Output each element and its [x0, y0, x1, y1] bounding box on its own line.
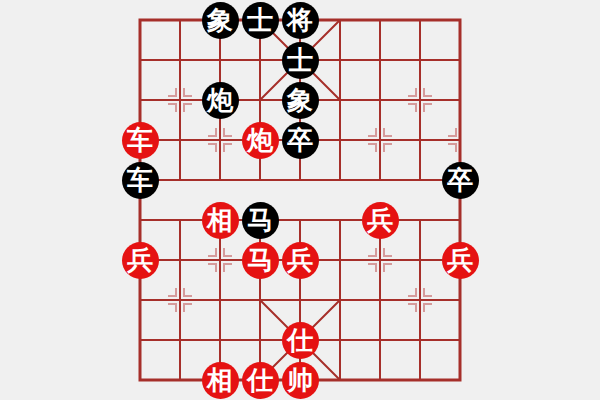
piece-black-elephant[interactable]: 象 — [202, 2, 239, 39]
board-point-8-2[interactable] — [440, 80, 480, 120]
board-point-5-5[interactable] — [320, 200, 360, 240]
board-point-0-9[interactable] — [120, 360, 160, 400]
board-point-4-1[interactable]: 士 — [280, 40, 320, 80]
board-point-1-9[interactable] — [160, 360, 200, 400]
board-point-1-3[interactable] — [160, 120, 200, 160]
board-point-8-8[interactable] — [440, 320, 480, 360]
board-point-4-4[interactable] — [280, 160, 320, 200]
board-point-7-4[interactable] — [400, 160, 440, 200]
board-point-4-0[interactable]: 将 — [280, 0, 320, 40]
board-point-2-5[interactable]: 相 — [200, 200, 240, 240]
board-point-8-9[interactable] — [440, 360, 480, 400]
board-point-0-2[interactable] — [120, 80, 160, 120]
board-point-0-3[interactable]: 车 — [120, 120, 160, 160]
piece-red-soldier[interactable]: 兵 — [282, 242, 319, 279]
board-point-7-6[interactable] — [400, 240, 440, 280]
piece-red-soldier[interactable]: 兵 — [362, 202, 399, 239]
board-point-8-1[interactable] — [440, 40, 480, 80]
board-point-6-1[interactable] — [360, 40, 400, 80]
board-point-2-3[interactable] — [200, 120, 240, 160]
piece-red-chariot[interactable]: 车 — [122, 122, 159, 159]
board-point-2-7[interactable] — [200, 280, 240, 320]
piece-red-elephant[interactable]: 相 — [202, 362, 239, 399]
board-point-6-9[interactable] — [360, 360, 400, 400]
board-point-1-5[interactable] — [160, 200, 200, 240]
board-point-0-0[interactable] — [120, 0, 160, 40]
piece-black-soldier[interactable]: 卒 — [282, 122, 319, 159]
board-point-5-0[interactable] — [320, 0, 360, 40]
board-point-3-6[interactable]: 马 — [240, 240, 280, 280]
board-point-4-8[interactable]: 仕 — [280, 320, 320, 360]
board-point-6-0[interactable] — [360, 0, 400, 40]
board-point-6-5[interactable]: 兵 — [360, 200, 400, 240]
board-point-5-4[interactable] — [320, 160, 360, 200]
board-point-0-4[interactable]: 车 — [120, 160, 160, 200]
board-point-2-8[interactable] — [200, 320, 240, 360]
board-point-6-7[interactable] — [360, 280, 400, 320]
board-point-7-3[interactable] — [400, 120, 440, 160]
board-points: 象士将士炮象车炮卒车卒相马兵兵马兵兵仕相仕帅 — [120, 0, 480, 400]
board-point-4-7[interactable] — [280, 280, 320, 320]
piece-red-cannon[interactable]: 炮 — [242, 122, 279, 159]
board-point-3-4[interactable] — [240, 160, 280, 200]
board-point-7-5[interactable] — [400, 200, 440, 240]
board-point-0-5[interactable] — [120, 200, 160, 240]
xiangqi-board-screen: 象士将士炮象车炮卒车卒相马兵兵马兵兵仕相仕帅 — [0, 0, 600, 400]
piece-black-soldier[interactable]: 卒 — [442, 162, 479, 199]
piece-red-general[interactable]: 帅 — [282, 362, 319, 399]
piece-black-chariot[interactable]: 车 — [122, 162, 159, 199]
board-point-8-4[interactable]: 卒 — [440, 160, 480, 200]
board-point-7-2[interactable] — [400, 80, 440, 120]
board-point-4-5[interactable] — [280, 200, 320, 240]
board-point-3-7[interactable] — [240, 280, 280, 320]
board-point-5-8[interactable] — [320, 320, 360, 360]
board-point-6-8[interactable] — [360, 320, 400, 360]
piece-black-elephant[interactable]: 象 — [282, 82, 319, 119]
board-point-2-0[interactable]: 象 — [200, 0, 240, 40]
piece-red-soldier[interactable]: 兵 — [122, 242, 159, 279]
board-point-8-6[interactable]: 兵 — [440, 240, 480, 280]
board-point-8-0[interactable] — [440, 0, 480, 40]
board-point-3-0[interactable]: 士 — [240, 0, 280, 40]
board-point-5-3[interactable] — [320, 120, 360, 160]
board-point-5-6[interactable] — [320, 240, 360, 280]
board-point-1-8[interactable] — [160, 320, 200, 360]
board-point-5-9[interactable] — [320, 360, 360, 400]
board-point-3-5[interactable]: 马 — [240, 200, 280, 240]
board-point-8-7[interactable] — [440, 280, 480, 320]
board-point-1-7[interactable] — [160, 280, 200, 320]
board-point-5-2[interactable] — [320, 80, 360, 120]
board-point-7-9[interactable] — [400, 360, 440, 400]
board-point-1-4[interactable] — [160, 160, 200, 200]
board-point-0-6[interactable]: 兵 — [120, 240, 160, 280]
board-point-7-1[interactable] — [400, 40, 440, 80]
board-point-3-8[interactable] — [240, 320, 280, 360]
board-point-3-2[interactable] — [240, 80, 280, 120]
board-point-3-9[interactable]: 仕 — [240, 360, 280, 400]
board-point-7-7[interactable] — [400, 280, 440, 320]
piece-red-advisor[interactable]: 仕 — [242, 362, 279, 399]
piece-red-horse[interactable]: 马 — [242, 242, 279, 279]
piece-black-general[interactable]: 将 — [282, 2, 319, 39]
piece-red-elephant[interactable]: 相 — [202, 202, 239, 239]
board-point-2-2[interactable]: 炮 — [200, 80, 240, 120]
board-point-8-5[interactable] — [440, 200, 480, 240]
board-point-1-0[interactable] — [160, 0, 200, 40]
board-point-3-1[interactable] — [240, 40, 280, 80]
board-point-2-1[interactable] — [200, 40, 240, 80]
board-point-6-4[interactable] — [360, 160, 400, 200]
board-point-4-2[interactable]: 象 — [280, 80, 320, 120]
board-point-4-9[interactable]: 帅 — [280, 360, 320, 400]
piece-black-advisor[interactable]: 士 — [242, 2, 279, 39]
board-point-7-0[interactable] — [400, 0, 440, 40]
board-point-1-6[interactable] — [160, 240, 200, 280]
board-point-3-3[interactable]: 炮 — [240, 120, 280, 160]
board-point-1-1[interactable] — [160, 40, 200, 80]
board-point-8-3[interactable] — [440, 120, 480, 160]
board-point-4-6[interactable]: 兵 — [280, 240, 320, 280]
board-point-2-4[interactable] — [200, 160, 240, 200]
board-point-4-3[interactable]: 卒 — [280, 120, 320, 160]
board-point-0-8[interactable] — [120, 320, 160, 360]
board-point-0-7[interactable] — [120, 280, 160, 320]
board-point-2-6[interactable] — [200, 240, 240, 280]
board-point-6-2[interactable] — [360, 80, 400, 120]
piece-red-soldier[interactable]: 兵 — [442, 242, 479, 279]
board-point-6-6[interactable] — [360, 240, 400, 280]
board-point-2-9[interactable]: 相 — [200, 360, 240, 400]
piece-black-horse[interactable]: 马 — [242, 202, 279, 239]
board-point-0-1[interactable] — [120, 40, 160, 80]
board-point-5-7[interactable] — [320, 280, 360, 320]
board-point-1-2[interactable] — [160, 80, 200, 120]
board-point-6-3[interactable] — [360, 120, 400, 160]
piece-red-advisor[interactable]: 仕 — [282, 322, 319, 359]
piece-black-cannon[interactable]: 炮 — [202, 82, 239, 119]
board-point-5-1[interactable] — [320, 40, 360, 80]
board-point-7-8[interactable] — [400, 320, 440, 360]
piece-black-advisor[interactable]: 士 — [282, 42, 319, 79]
